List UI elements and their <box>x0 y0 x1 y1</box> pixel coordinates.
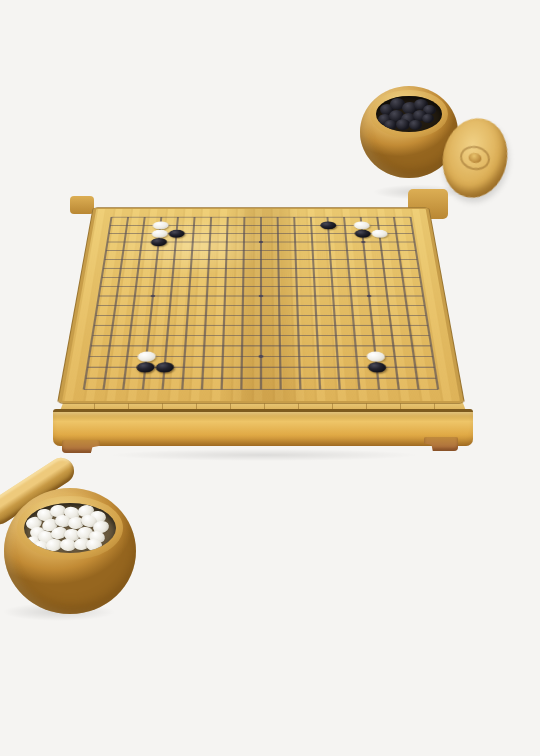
stone-white <box>151 230 167 238</box>
star-point <box>259 241 263 243</box>
white-stone-bowl-group <box>0 452 177 637</box>
black-bowl-rim <box>370 90 448 138</box>
star-point <box>361 241 366 243</box>
stone-black <box>367 362 386 372</box>
go-board-surface <box>58 208 464 403</box>
stone-white <box>152 222 168 229</box>
stone-black <box>136 362 155 372</box>
stone-black <box>354 230 370 238</box>
stone-white <box>371 230 387 238</box>
product-photo-scene <box>0 0 540 756</box>
star-point <box>367 295 372 297</box>
bowl-stone-black <box>396 119 410 130</box>
white-bowl-opening <box>24 503 116 553</box>
white-bowl-rim <box>17 496 123 560</box>
stone-black <box>168 230 184 238</box>
board-grid-lines <box>62 209 460 401</box>
white-bowl <box>4 488 136 614</box>
stone-white <box>354 222 370 229</box>
star-point <box>150 295 155 297</box>
star-point <box>259 355 264 358</box>
stone-black <box>155 362 173 372</box>
bowl-stone-black <box>422 114 434 123</box>
stone-white <box>366 352 384 362</box>
board-back-corner-left <box>70 196 94 214</box>
black-bowl-opening <box>376 96 442 132</box>
board-base <box>53 409 473 446</box>
stone-black <box>320 222 336 229</box>
bowl-stone-black <box>409 120 422 130</box>
stone-white <box>137 352 155 362</box>
stone-black <box>150 238 166 246</box>
star-point <box>259 295 264 297</box>
